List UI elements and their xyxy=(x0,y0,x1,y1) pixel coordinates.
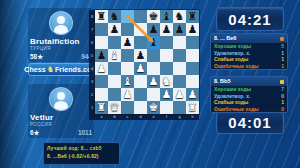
best-move-hint: Лучший ход: 8... cxb5 xyxy=(47,145,116,153)
square-a5[interactable]: ♟ xyxy=(95,49,108,62)
square-b2[interactable] xyxy=(108,88,121,101)
file-label: e xyxy=(147,114,160,120)
square-c5[interactable] xyxy=(121,49,134,62)
square-b6[interactable] xyxy=(108,36,121,49)
analysis-row-label: Ошибочные ходы xyxy=(214,63,259,70)
square-f5[interactable] xyxy=(160,49,173,62)
last-move-label-top: 8. ... Be6 xyxy=(214,35,236,42)
square-h1[interactable]: ♜ xyxy=(186,101,199,114)
square-c8[interactable] xyxy=(121,10,134,23)
piece-black-bishop: ♝ xyxy=(160,10,173,23)
square-e3[interactable]: ♟ xyxy=(147,75,160,88)
square-f7[interactable]: ♟ xyxy=(160,23,173,36)
square-a3[interactable] xyxy=(95,75,108,88)
knight-logo-icon: ♞ xyxy=(47,66,54,74)
avatar-person-icon xyxy=(57,16,65,24)
piece-black-knight: ♞ xyxy=(173,10,186,23)
square-g5[interactable] xyxy=(173,49,186,62)
analysis-row-value: 1 xyxy=(281,63,284,70)
square-f6[interactable] xyxy=(160,36,173,49)
square-a1[interactable]: ♜ xyxy=(95,101,108,114)
logo-text-left: Chess xyxy=(24,66,46,73)
square-g8[interactable]: ♞ xyxy=(173,10,186,23)
piece-white-pawn: ♟ xyxy=(95,62,108,75)
avatar-person-icon xyxy=(54,25,68,35)
piece-white-pawn: ♟ xyxy=(186,88,199,101)
square-h5[interactable] xyxy=(186,49,199,62)
analysis-panel-bottom: 8. Bb5 Хорошие ходы7Удовлетвор. х.0Слабы… xyxy=(210,76,288,113)
analysis-row-label: Ошибочные ходы xyxy=(214,106,259,113)
piece-black-pawn: ♟ xyxy=(160,23,173,36)
square-a7[interactable] xyxy=(95,23,108,36)
square-h4[interactable] xyxy=(186,62,199,75)
analysis-panel-top: 8. ... Be6 Хорошие ходы5Удовлетвор. х.1С… xyxy=(210,33,288,70)
square-h3[interactable] xyxy=(186,75,199,88)
piece-black-rook: ♜ xyxy=(95,10,108,23)
piece-black-pawn: ♟ xyxy=(121,36,134,49)
square-g7[interactable]: ♟ xyxy=(173,23,186,36)
clock-bottom: 04:01 xyxy=(216,110,284,134)
piece-black-pawn: ♟ xyxy=(173,23,186,36)
piece-black-king: ♚ xyxy=(147,10,160,23)
avatar-person-icon xyxy=(54,101,68,111)
square-d6[interactable] xyxy=(134,36,147,49)
square-b8[interactable]: ♞ xyxy=(108,10,121,23)
player-stars-bottom: 6★ xyxy=(30,129,39,137)
piece-white-bishop: ♝ xyxy=(108,49,121,62)
piece-black-pawn: ♟ xyxy=(186,23,199,36)
board: ♜♞♚♝♞♜♟♟♟♟♟♟♝♟♝♟♟♟♝♟♞♟♟♟♟♜♛♚♜ xyxy=(95,10,199,114)
file-label: c xyxy=(121,114,134,120)
square-c3[interactable]: ♝ xyxy=(121,75,134,88)
square-c7[interactable] xyxy=(121,23,134,36)
analysis-row-value: 0 xyxy=(281,106,284,113)
player-name-top: Brutalfiction xyxy=(30,37,92,46)
player-stars-top: 58★ xyxy=(30,53,43,61)
square-c6[interactable]: ♟ xyxy=(121,36,134,49)
file-label: d xyxy=(134,114,147,120)
piece-black-pawn: ♟ xyxy=(108,23,121,36)
square-g6[interactable] xyxy=(173,36,186,49)
square-e2[interactable] xyxy=(147,88,160,101)
game-screen: Brutalfiction ТУРЦИЯ 58★ 944 Chess ♞ Fri… xyxy=(0,0,300,168)
square-h2[interactable]: ♟ xyxy=(186,88,199,101)
square-f4[interactable] xyxy=(160,62,173,75)
file-label: a xyxy=(95,114,108,120)
piece-white-king: ♚ xyxy=(147,101,160,114)
square-h8[interactable]: ♜ xyxy=(186,10,199,23)
square-d7[interactable] xyxy=(134,23,147,36)
wallpaper-left-shade xyxy=(0,0,30,168)
piece-black-pawn: ♟ xyxy=(95,49,108,62)
player-name-bottom: Vetlur xyxy=(30,113,92,122)
square-d3[interactable] xyxy=(134,75,147,88)
square-d2[interactable] xyxy=(134,88,147,101)
analysis-row: Ошибочные ходы1 xyxy=(211,63,287,70)
square-g1[interactable] xyxy=(173,101,186,114)
piece-black-knight: ♞ xyxy=(108,10,121,23)
piece-black-bishop: ♝ xyxy=(147,36,160,49)
piece-white-pawn: ♟ xyxy=(121,88,134,101)
square-c4[interactable] xyxy=(121,62,134,75)
piece-white-pawn: ♟ xyxy=(147,75,160,88)
chessfriends-logo[interactable]: Chess ♞ Friends.com xyxy=(28,63,94,76)
square-b7[interactable]: ♟ xyxy=(108,23,121,36)
player-country-bottom: РОССИЯ xyxy=(30,122,92,128)
square-e7[interactable]: ♟ xyxy=(147,23,160,36)
piece-black-rook: ♜ xyxy=(186,10,199,23)
square-b3[interactable] xyxy=(108,75,121,88)
square-g2[interactable]: ♟ xyxy=(173,88,186,101)
piece-white-rook: ♜ xyxy=(186,101,199,114)
square-b5[interactable]: ♝ xyxy=(108,49,121,62)
move-quality-chip xyxy=(280,80,284,84)
piece-black-pawn: ♟ xyxy=(134,49,147,62)
square-f2[interactable]: ♟ xyxy=(160,88,173,101)
analysis-rows-bottom: Хорошие ходы7Удовлетвор. х.0Слабые ходы1… xyxy=(211,86,287,112)
square-e5[interactable] xyxy=(147,49,160,62)
piece-white-queen: ♛ xyxy=(108,101,121,114)
square-h6[interactable] xyxy=(186,36,199,49)
square-e1[interactable]: ♚ xyxy=(147,101,160,114)
square-c2[interactable]: ♟ xyxy=(121,88,134,101)
clock-top: 04:21 xyxy=(216,7,284,31)
file-label: b xyxy=(108,114,121,120)
player-rating-bottom: 1011 xyxy=(78,129,92,136)
player-card-bottom: Vetlur РОССИЯ 6★ 1011 xyxy=(28,84,94,138)
square-d1[interactable] xyxy=(134,101,147,114)
square-e8[interactable]: ♚ xyxy=(147,10,160,23)
square-a8[interactable]: ♜ xyxy=(95,10,108,23)
piece-white-bishop: ♝ xyxy=(121,75,134,88)
square-g3[interactable] xyxy=(173,75,186,88)
square-b1[interactable]: ♛ xyxy=(108,101,121,114)
file-label: g xyxy=(173,114,186,120)
played-move-eval: 8. ...Be6 (-0.82/+0.82) xyxy=(47,153,116,161)
square-f3[interactable]: ♞ xyxy=(160,75,173,88)
square-g4[interactable] xyxy=(173,62,186,75)
avatar xyxy=(49,87,73,111)
square-f8[interactable]: ♝ xyxy=(160,10,173,23)
square-a2[interactable] xyxy=(95,88,108,101)
avatar-person-icon xyxy=(57,92,65,100)
move-quality-chip xyxy=(280,37,284,41)
square-d4[interactable]: ♟ xyxy=(134,62,147,75)
engine-hint-panel: Лучший ход: 8... cxb5 8. ...Be6 (-0.82/+… xyxy=(43,142,120,165)
player-country-top: ТУРЦИЯ xyxy=(30,46,92,52)
piece-black-pawn: ♟ xyxy=(147,23,160,36)
file-label: f xyxy=(160,114,173,120)
piece-white-knight: ♞ xyxy=(160,75,173,88)
avatar xyxy=(49,11,73,35)
square-b4[interactable] xyxy=(108,62,121,75)
square-a6[interactable] xyxy=(95,36,108,49)
square-a4[interactable]: ♟ xyxy=(95,62,108,75)
square-d8[interactable] xyxy=(134,10,147,23)
square-h7[interactable]: ♟ xyxy=(186,23,199,36)
piece-white-pawn: ♟ xyxy=(173,88,186,101)
last-move-label-bottom: 8. Bb5 xyxy=(214,78,231,85)
square-c1[interactable] xyxy=(121,101,134,114)
analysis-rows-top: Хорошие ходы5Удовлетвор. х.1Слабые ходы1… xyxy=(211,43,287,69)
square-e6[interactable]: ♝ xyxy=(147,36,160,49)
piece-white-pawn: ♟ xyxy=(134,62,147,75)
player-card-top: Brutalfiction ТУРЦИЯ 58★ 944 xyxy=(28,8,94,62)
analysis-row: Ошибочные ходы0 xyxy=(211,106,287,113)
piece-white-pawn: ♟ xyxy=(160,88,173,101)
square-d5[interactable]: ♟ xyxy=(134,49,147,62)
square-e4[interactable] xyxy=(147,62,160,75)
file-label: h xyxy=(186,114,199,120)
piece-white-rook: ♜ xyxy=(95,101,108,114)
file-labels: abcdefgh xyxy=(89,114,199,120)
square-f1[interactable] xyxy=(160,101,173,114)
